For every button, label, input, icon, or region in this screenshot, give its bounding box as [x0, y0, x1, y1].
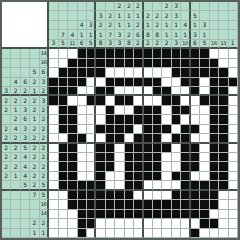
grid-cell-filled[interactable] — [181, 200, 190, 209]
grid-cell-filled[interactable] — [210, 78, 219, 87]
grid-cell-filled[interactable] — [153, 125, 162, 134]
grid-cell-filled[interactable] — [172, 191, 181, 200]
grid-cell-filled[interactable] — [106, 125, 115, 134]
grid-cell-filled[interactable] — [68, 144, 77, 153]
grid-cell-empty[interactable] — [106, 229, 115, 238]
grid-cell-empty[interactable] — [191, 106, 200, 115]
grid-cell-empty[interactable] — [144, 229, 153, 238]
grid-cell-filled[interactable] — [181, 49, 190, 58]
grid-cell-filled[interactable] — [59, 125, 68, 134]
grid-cell-empty[interactable] — [96, 219, 105, 228]
grid-cell-empty[interactable] — [106, 68, 115, 77]
grid-cell-filled[interactable] — [153, 172, 162, 181]
grid-cell-empty[interactable] — [153, 96, 162, 105]
grid-cell-filled[interactable] — [68, 125, 77, 134]
grid-cell-filled[interactable] — [59, 87, 68, 96]
grid-cell-filled[interactable] — [106, 59, 115, 68]
grid-cell-empty[interactable] — [162, 78, 171, 87]
grid-cell-empty[interactable] — [200, 115, 209, 124]
grid-cell-filled[interactable] — [134, 200, 143, 209]
grid-cell-empty[interactable] — [115, 172, 124, 181]
grid-cell-filled[interactable] — [125, 153, 134, 162]
grid-cell-filled[interactable] — [78, 191, 87, 200]
grid-cell-empty[interactable] — [229, 144, 238, 153]
grid-cell-empty[interactable] — [125, 68, 134, 77]
grid-cell-empty[interactable] — [78, 144, 87, 153]
grid-cell-empty[interactable] — [229, 125, 238, 134]
grid-cell-filled[interactable] — [68, 106, 77, 115]
grid-cell-filled[interactable] — [87, 68, 96, 77]
grid-cell-empty[interactable] — [115, 68, 124, 77]
grid-cell-filled[interactable] — [162, 96, 171, 105]
grid-cell-empty[interactable] — [87, 125, 96, 134]
grid-cell-filled[interactable] — [210, 134, 219, 143]
grid-cell-filled[interactable] — [181, 153, 190, 162]
grid-cell-filled[interactable] — [144, 78, 153, 87]
grid-cell-filled[interactable] — [219, 172, 228, 181]
grid-cell-filled[interactable] — [191, 59, 200, 68]
grid-cell-filled[interactable] — [200, 210, 209, 219]
grid-cell-empty[interactable] — [162, 191, 171, 200]
grid-cell-filled[interactable] — [68, 153, 77, 162]
grid-cell-empty[interactable] — [144, 68, 153, 77]
grid-cell-filled[interactable] — [59, 78, 68, 87]
grid-cell-filled[interactable] — [210, 59, 219, 68]
grid-cell-filled[interactable] — [144, 125, 153, 134]
grid-cell-filled[interactable] — [134, 144, 143, 153]
grid-cell-empty[interactable] — [49, 210, 58, 219]
grid-cell-filled[interactable] — [200, 200, 209, 209]
grid-cell-empty[interactable] — [200, 153, 209, 162]
grid-cell-filled[interactable] — [181, 106, 190, 115]
grid-cell-empty[interactable] — [229, 153, 238, 162]
grid-cell-filled[interactable] — [210, 144, 219, 153]
grid-cell-empty[interactable] — [229, 162, 238, 171]
grid-cell-empty[interactable] — [96, 229, 105, 238]
grid-cell-filled[interactable] — [153, 87, 162, 96]
grid-cell-empty[interactable] — [153, 181, 162, 190]
grid-cell-empty[interactable] — [87, 87, 96, 96]
grid-cell-filled[interactable] — [96, 162, 105, 171]
grid-cell-empty[interactable] — [229, 87, 238, 96]
grid-cell-filled[interactable] — [144, 115, 153, 124]
grid-cell-empty[interactable] — [115, 229, 124, 238]
grid-cell-filled[interactable] — [210, 68, 219, 77]
grid-cell-filled[interactable] — [78, 134, 87, 143]
grid-cell-filled[interactable] — [144, 106, 153, 115]
grid-cell-empty[interactable] — [125, 87, 134, 96]
grid-cell-filled[interactable] — [78, 200, 87, 209]
grid-cell-filled[interactable] — [134, 153, 143, 162]
grid-cell-filled[interactable] — [115, 78, 124, 87]
grid-cell-filled[interactable] — [134, 172, 143, 181]
grid-cell-filled[interactable] — [96, 210, 105, 219]
grid-cell-filled[interactable] — [87, 59, 96, 68]
grid-cell-filled[interactable] — [200, 181, 209, 190]
grid-cell-empty[interactable] — [162, 68, 171, 77]
grid-cell-filled[interactable] — [144, 153, 153, 162]
grid-cell-empty[interactable] — [229, 59, 238, 68]
grid-cell-empty[interactable] — [134, 96, 143, 105]
grid-cell-filled[interactable] — [181, 172, 190, 181]
grid-cell-empty[interactable] — [200, 125, 209, 134]
grid-cell-empty[interactable] — [181, 219, 190, 228]
grid-cell-empty[interactable] — [87, 115, 96, 124]
grid-cell-filled[interactable] — [191, 49, 200, 58]
grid-cell-filled[interactable] — [59, 144, 68, 153]
grid-cell-empty[interactable] — [162, 229, 171, 238]
grid-cell-filled[interactable] — [106, 115, 115, 124]
grid-cell-filled[interactable] — [96, 153, 105, 162]
grid-cell-empty[interactable] — [229, 200, 238, 209]
grid-cell-filled[interactable] — [115, 59, 124, 68]
grid-cell-empty[interactable] — [125, 219, 134, 228]
grid-cell-empty[interactable] — [49, 125, 58, 134]
grid-cell-filled[interactable] — [87, 200, 96, 209]
grid-cell-filled[interactable] — [144, 200, 153, 209]
grid-cell-filled[interactable] — [210, 219, 219, 228]
grid-cell-empty[interactable] — [229, 229, 238, 238]
grid-cell-filled[interactable] — [68, 191, 77, 200]
grid-cell-empty[interactable] — [172, 153, 181, 162]
grid-cell-empty[interactable] — [219, 229, 228, 238]
grid-cell-empty[interactable] — [191, 134, 200, 143]
grid-cell-empty[interactable] — [172, 181, 181, 190]
grid-cell-empty[interactable] — [172, 78, 181, 87]
grid-cell-filled[interactable] — [191, 68, 200, 77]
grid-cell-empty[interactable] — [191, 115, 200, 124]
grid-cell-filled[interactable] — [125, 191, 134, 200]
grid-cell-filled[interactable] — [210, 191, 219, 200]
grid-cell-empty[interactable] — [172, 87, 181, 96]
grid-cell-filled[interactable] — [153, 153, 162, 162]
grid-cell-empty[interactable] — [87, 134, 96, 143]
grid-cell-empty[interactable] — [87, 153, 96, 162]
grid-cell-empty[interactable] — [59, 210, 68, 219]
grid-cell-empty[interactable] — [49, 181, 58, 190]
grid-cell-filled[interactable] — [134, 59, 143, 68]
grid-cell-filled[interactable] — [68, 87, 77, 96]
grid-cell-filled[interactable] — [191, 153, 200, 162]
grid-cell-filled[interactable] — [68, 200, 77, 209]
grid-cell-empty[interactable] — [219, 200, 228, 209]
grid-cell-empty[interactable] — [59, 191, 68, 200]
grid-cell-empty[interactable] — [144, 219, 153, 228]
grid-cell-filled[interactable] — [78, 49, 87, 58]
grid-cell-filled[interactable] — [87, 219, 96, 228]
grid-cell-filled[interactable] — [191, 200, 200, 209]
grid-cell-filled[interactable] — [106, 200, 115, 209]
grid-cell-empty[interactable] — [96, 78, 105, 87]
grid-cell-empty[interactable] — [87, 78, 96, 87]
grid-cell-filled[interactable] — [219, 125, 228, 134]
grid-cell-filled[interactable] — [87, 96, 96, 105]
grid-cell-filled[interactable] — [162, 87, 171, 96]
grid-cell-filled[interactable] — [96, 191, 105, 200]
grid-cell-empty[interactable] — [200, 78, 209, 87]
grid-cell-empty[interactable] — [200, 134, 209, 143]
grid-cell-filled[interactable] — [78, 68, 87, 77]
grid-cell-empty[interactable] — [200, 229, 209, 238]
grid-cell-filled[interactable] — [125, 125, 134, 134]
grid-cell-empty[interactable] — [153, 229, 162, 238]
grid-cell-filled[interactable] — [162, 200, 171, 209]
grid-cell-empty[interactable] — [172, 219, 181, 228]
grid-cell-empty[interactable] — [125, 106, 134, 115]
grid-cell-empty[interactable] — [115, 144, 124, 153]
grid-cell-filled[interactable] — [134, 210, 143, 219]
grid-cell-empty[interactable] — [219, 219, 228, 228]
grid-cell-empty[interactable] — [106, 172, 115, 181]
grid-cell-filled[interactable] — [59, 153, 68, 162]
grid-cell-filled[interactable] — [78, 181, 87, 190]
grid-cell-empty[interactable] — [162, 162, 171, 171]
grid-cell-filled[interactable] — [200, 96, 209, 105]
grid-cell-empty[interactable] — [172, 144, 181, 153]
grid-cell-filled[interactable] — [200, 59, 209, 68]
grid-cell-filled[interactable] — [68, 115, 77, 124]
grid-cell-filled[interactable] — [125, 49, 134, 58]
grid-cell-filled[interactable] — [125, 96, 134, 105]
grid-cell-filled[interactable] — [191, 144, 200, 153]
grid-cell-empty[interactable] — [96, 134, 105, 143]
grid-cell-filled[interactable] — [210, 172, 219, 181]
grid-cell-filled[interactable] — [153, 49, 162, 58]
grid-cell-filled[interactable] — [181, 68, 190, 77]
grid-cell-filled[interactable] — [219, 162, 228, 171]
grid-cell-empty[interactable] — [172, 162, 181, 171]
grid-cell-empty[interactable] — [200, 162, 209, 171]
grid-cell-filled[interactable] — [153, 115, 162, 124]
grid-cell-empty[interactable] — [49, 115, 58, 124]
grid-cell-filled[interactable] — [87, 191, 96, 200]
grid-cell-filled[interactable] — [219, 96, 228, 105]
grid-cell-filled[interactable] — [153, 134, 162, 143]
grid-cell-empty[interactable] — [134, 219, 143, 228]
grid-cell-filled[interactable] — [162, 49, 171, 58]
grid-cell-empty[interactable] — [115, 106, 124, 115]
grid-cell-filled[interactable] — [49, 96, 58, 105]
grid-cell-filled[interactable] — [172, 106, 181, 115]
grid-cell-empty[interactable] — [181, 229, 190, 238]
grid-cell-filled[interactable] — [153, 59, 162, 68]
grid-cell-filled[interactable] — [229, 78, 238, 87]
grid-cell-filled[interactable] — [78, 219, 87, 228]
grid-cell-filled[interactable] — [219, 144, 228, 153]
grid-cell-empty[interactable] — [78, 153, 87, 162]
grid-cell-empty[interactable] — [172, 125, 181, 134]
grid-cell-filled[interactable] — [181, 134, 190, 143]
grid-cell-filled[interactable] — [172, 134, 181, 143]
grid-cell-empty[interactable] — [59, 219, 68, 228]
grid-cell-filled[interactable] — [125, 172, 134, 181]
grid-cell-empty[interactable] — [134, 125, 143, 134]
grid-cell-filled[interactable] — [210, 153, 219, 162]
grid-cell-empty[interactable] — [49, 191, 58, 200]
grid-cell-filled[interactable] — [144, 134, 153, 143]
grid-cell-empty[interactable] — [49, 172, 58, 181]
grid-cell-filled[interactable] — [219, 78, 228, 87]
grid-cell-filled[interactable] — [191, 162, 200, 171]
grid-cell-empty[interactable] — [59, 134, 68, 143]
grid-cell-filled[interactable] — [49, 78, 58, 87]
grid-cell-filled[interactable] — [219, 181, 228, 190]
grid-cell-filled[interactable] — [172, 68, 181, 77]
grid-cell-empty[interactable] — [59, 49, 68, 58]
grid-cell-empty[interactable] — [162, 181, 171, 190]
grid-cell-filled[interactable] — [87, 210, 96, 219]
grid-cell-filled[interactable] — [210, 181, 219, 190]
grid-cell-filled[interactable] — [125, 144, 134, 153]
grid-cell-filled[interactable] — [153, 200, 162, 209]
grid-cell-filled[interactable] — [106, 106, 115, 115]
grid-cell-filled[interactable] — [106, 144, 115, 153]
grid-cell-empty[interactable] — [96, 106, 105, 115]
grid-cell-filled[interactable] — [219, 106, 228, 115]
grid-cell-empty[interactable] — [115, 181, 124, 190]
grid-cell-filled[interactable] — [115, 115, 124, 124]
grid-cell-empty[interactable] — [87, 172, 96, 181]
grid-cell-filled[interactable] — [144, 49, 153, 58]
grid-cell-empty[interactable] — [68, 96, 77, 105]
grid-cell-empty[interactable] — [219, 49, 228, 58]
grid-cell-empty[interactable] — [134, 229, 143, 238]
grid-cell-filled[interactable] — [115, 96, 124, 105]
grid-cell-empty[interactable] — [229, 181, 238, 190]
grid-cell-filled[interactable] — [181, 162, 190, 171]
grid-cell-filled[interactable] — [172, 96, 181, 105]
grid-cell-filled[interactable] — [106, 49, 115, 58]
grid-cell-filled[interactable] — [87, 181, 96, 190]
grid-cell-filled[interactable] — [115, 210, 124, 219]
grid-cell-empty[interactable] — [162, 134, 171, 143]
grid-cell-empty[interactable] — [78, 87, 87, 96]
grid-cell-empty[interactable] — [200, 87, 209, 96]
grid-cell-filled[interactable] — [68, 68, 77, 77]
grid-cell-filled[interactable] — [78, 229, 87, 238]
grid-cell-empty[interactable] — [162, 153, 171, 162]
grid-cell-filled[interactable] — [59, 115, 68, 124]
grid-cell-empty[interactable] — [210, 49, 219, 58]
grid-cell-filled[interactable] — [78, 210, 87, 219]
grid-cell-filled[interactable] — [59, 106, 68, 115]
grid-cell-filled[interactable] — [59, 181, 68, 190]
grid-cell-empty[interactable] — [134, 68, 143, 77]
grid-cell-filled[interactable] — [115, 49, 124, 58]
grid-cell-empty[interactable] — [49, 68, 58, 77]
grid-cell-filled[interactable] — [68, 59, 77, 68]
grid-cell-empty[interactable] — [49, 106, 58, 115]
grid-cell-filled[interactable] — [191, 87, 200, 96]
grid-cell-empty[interactable] — [162, 219, 171, 228]
grid-cell-filled[interactable] — [191, 125, 200, 134]
grid-cell-empty[interactable] — [200, 172, 209, 181]
grid-cell-filled[interactable] — [68, 134, 77, 143]
grid-cell-filled[interactable] — [59, 68, 68, 77]
grid-cell-empty[interactable] — [87, 106, 96, 115]
grid-cell-filled[interactable] — [210, 115, 219, 124]
grid-cell-empty[interactable] — [229, 210, 238, 219]
grid-cell-filled[interactable] — [125, 200, 134, 209]
grid-cell-filled[interactable] — [96, 144, 105, 153]
grid-cell-empty[interactable] — [134, 87, 143, 96]
grid-cell-filled[interactable] — [59, 96, 68, 105]
grid-cell-filled[interactable] — [200, 68, 209, 77]
grid-cell-empty[interactable] — [153, 68, 162, 77]
grid-cell-filled[interactable] — [144, 210, 153, 219]
grid-cell-filled[interactable] — [96, 172, 105, 181]
grid-cell-empty[interactable] — [162, 106, 171, 115]
grid-cell-filled[interactable] — [210, 200, 219, 209]
grid-cell-empty[interactable] — [78, 96, 87, 105]
grid-cell-filled[interactable] — [153, 210, 162, 219]
grid-cell-filled[interactable] — [106, 87, 115, 96]
grid-cell-empty[interactable] — [106, 219, 115, 228]
grid-cell-filled[interactable] — [144, 59, 153, 68]
grid-cell-empty[interactable] — [210, 229, 219, 238]
grid-cell-empty[interactable] — [144, 181, 153, 190]
grid-cell-empty[interactable] — [125, 229, 134, 238]
grid-cell-empty[interactable] — [78, 106, 87, 115]
grid-cell-filled[interactable] — [59, 162, 68, 171]
grid-cell-filled[interactable] — [181, 59, 190, 68]
grid-cell-filled[interactable] — [162, 125, 171, 134]
grid-cell-filled[interactable] — [59, 172, 68, 181]
grid-cell-filled[interactable] — [191, 78, 200, 87]
grid-cell-filled[interactable] — [153, 162, 162, 171]
grid-cell-empty[interactable] — [181, 96, 190, 105]
grid-cell-filled[interactable] — [96, 181, 105, 190]
grid-cell-empty[interactable] — [172, 229, 181, 238]
grid-cell-filled[interactable] — [172, 210, 181, 219]
grid-cell-empty[interactable] — [229, 134, 238, 143]
grid-cell-empty[interactable] — [210, 210, 219, 219]
grid-cell-filled[interactable] — [210, 96, 219, 105]
grid-cell-filled[interactable] — [115, 191, 124, 200]
grid-cell-empty[interactable] — [229, 106, 238, 115]
grid-cell-filled[interactable] — [106, 78, 115, 87]
grid-cell-filled[interactable] — [125, 115, 134, 124]
grid-cell-empty[interactable] — [87, 229, 96, 238]
grid-cell-filled[interactable] — [68, 162, 77, 171]
grid-cell-empty[interactable] — [49, 144, 58, 153]
grid-cell-filled[interactable] — [219, 115, 228, 124]
grid-cell-filled[interactable] — [153, 144, 162, 153]
grid-cell-filled[interactable] — [68, 172, 77, 181]
grid-cell-empty[interactable] — [68, 49, 77, 58]
grid-cell-filled[interactable] — [68, 181, 77, 190]
grid-cell-filled[interactable] — [78, 78, 87, 87]
grid-cell-empty[interactable] — [144, 96, 153, 105]
grid-cell-empty[interactable] — [106, 181, 115, 190]
grid-cell-filled[interactable] — [115, 125, 124, 134]
grid-cell-empty[interactable] — [162, 115, 171, 124]
grid-cell-filled[interactable] — [200, 191, 209, 200]
grid-cell-filled[interactable] — [172, 59, 181, 68]
grid-cell-filled[interactable] — [96, 68, 105, 77]
grid-cell-filled[interactable] — [87, 49, 96, 58]
grid-cell-empty[interactable] — [229, 115, 238, 124]
grid-cell-filled[interactable] — [172, 172, 181, 181]
grid-cell-filled[interactable] — [134, 78, 143, 87]
grid-cell-filled[interactable] — [144, 172, 153, 181]
grid-cell-filled[interactable] — [96, 96, 105, 105]
grid-cell-filled[interactable] — [153, 106, 162, 115]
grid-cell-filled[interactable] — [219, 68, 228, 77]
grid-cell-empty[interactable] — [144, 87, 153, 96]
grid-cell-empty[interactable] — [219, 210, 228, 219]
grid-cell-filled[interactable] — [134, 115, 143, 124]
